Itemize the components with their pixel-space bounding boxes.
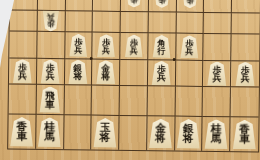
shogi-board-photo: 歩兵歩兵歩兵歩兵歩兵歩兵歩兵角行歩兵歩兵歩兵銀将金将歩兵歩兵歩兵飛車香車桂馬玉将… bbox=[0, 0, 260, 160]
sq-9-6 bbox=[9, 32, 37, 59]
sq-6-5 bbox=[93, 11, 121, 33]
piece-fu-56: 歩兵 bbox=[124, 34, 143, 57]
sq-5-4: 歩兵 bbox=[121, 0, 149, 12]
piece-kyo-19: 香車 bbox=[232, 120, 257, 150]
piece-fu-34: 歩兵 bbox=[181, 0, 198, 9]
sq-4-4: 歩兵 bbox=[149, 0, 177, 12]
sq-9-9: 香車 bbox=[8, 115, 36, 149]
sq-2-4 bbox=[204, 0, 232, 13]
sq-9-8 bbox=[9, 85, 37, 115]
sq-5-9 bbox=[119, 116, 147, 150]
sq-7-8 bbox=[64, 85, 92, 115]
sq-7-9 bbox=[64, 115, 92, 149]
piece-fu-54: 歩兵 bbox=[126, 0, 143, 8]
sq-8-8: 飛車 bbox=[36, 85, 64, 115]
piece-kyo-99: 香車 bbox=[9, 117, 34, 147]
sq-1-9: 香車 bbox=[230, 117, 258, 151]
piece-kin-67: 金将 bbox=[96, 60, 116, 85]
piece-fu-47: 歩兵 bbox=[151, 61, 171, 86]
sq-1-6 bbox=[231, 34, 259, 61]
piece-fu-85: 歩兵 bbox=[42, 10, 59, 31]
sq-3-6: 歩兵 bbox=[176, 34, 204, 61]
piece-fu-76: 歩兵 bbox=[69, 34, 88, 57]
sq-2-6 bbox=[204, 34, 232, 61]
piece-fu-97: 歩兵 bbox=[12, 59, 32, 84]
piece-kaku-46: 角行 bbox=[152, 35, 171, 58]
piece-gin-39: 銀将 bbox=[176, 119, 201, 149]
sq-4-8 bbox=[147, 86, 175, 116]
sq-6-6: 歩兵 bbox=[93, 33, 121, 60]
sq-7-4 bbox=[65, 0, 93, 11]
sq-9-4 bbox=[10, 0, 38, 10]
sq-8-7: 歩兵 bbox=[37, 59, 65, 85]
sq-3-8 bbox=[175, 87, 203, 117]
piece-gyoku-69: 玉将 bbox=[93, 118, 118, 148]
sq-9-5 bbox=[10, 10, 38, 32]
shogi-board: 歩兵歩兵歩兵歩兵歩兵歩兵歩兵角行歩兵歩兵歩兵銀将金将歩兵歩兵歩兵飛車香車桂馬玉将… bbox=[0, 0, 260, 160]
sq-1-4 bbox=[232, 0, 260, 13]
sq-2-7: 歩兵 bbox=[203, 61, 231, 87]
piece-fu-44: 歩兵 bbox=[154, 0, 171, 8]
sq-8-4 bbox=[38, 0, 66, 11]
sq-5-6: 歩兵 bbox=[120, 33, 148, 60]
sq-6-4 bbox=[93, 0, 121, 11]
sq-7-5 bbox=[65, 11, 93, 33]
piece-fu-27: 歩兵 bbox=[207, 61, 227, 86]
sq-4-9: 金将 bbox=[147, 116, 175, 150]
piece-kei-89: 桂馬 bbox=[37, 117, 62, 147]
sq-6-9: 玉将 bbox=[91, 116, 119, 150]
sq-1-8 bbox=[231, 87, 259, 117]
sq-8-9: 桂馬 bbox=[36, 115, 64, 149]
sq-1-5 bbox=[232, 13, 260, 35]
star-point-right bbox=[173, 58, 176, 61]
star-point-left bbox=[90, 57, 93, 60]
sq-2-9: 桂馬 bbox=[203, 117, 231, 151]
piece-gin-77: 銀将 bbox=[68, 59, 88, 84]
sq-5-5 bbox=[121, 11, 149, 33]
sq-5-8 bbox=[120, 86, 148, 116]
piece-fu-36: 歩兵 bbox=[180, 35, 199, 58]
sq-4-6: 角行 bbox=[148, 33, 176, 60]
sq-6-8 bbox=[92, 86, 120, 116]
piece-kei-29: 桂馬 bbox=[204, 119, 229, 149]
sq-4-7: 歩兵 bbox=[148, 60, 176, 86]
sq-8-6 bbox=[37, 32, 65, 59]
sq-4-5 bbox=[148, 12, 176, 34]
piece-fu-66: 歩兵 bbox=[97, 34, 116, 57]
sq-7-7: 銀将 bbox=[64, 59, 92, 85]
sq-3-5 bbox=[176, 12, 204, 34]
piece-kin-49: 金将 bbox=[148, 118, 173, 148]
piece-hi-88: 飛車 bbox=[39, 86, 61, 113]
sq-8-5: 歩兵 bbox=[37, 10, 65, 32]
piece-fu-87: 歩兵 bbox=[40, 59, 60, 84]
sq-1-7: 歩兵 bbox=[231, 61, 259, 87]
sq-2-5 bbox=[204, 12, 232, 34]
sq-6-7: 金将 bbox=[92, 60, 120, 86]
sq-3-9: 銀将 bbox=[175, 117, 203, 151]
board-grid: 歩兵歩兵歩兵歩兵歩兵歩兵歩兵角行歩兵歩兵歩兵銀将金将歩兵歩兵歩兵飛車香車桂馬玉将… bbox=[7, 0, 260, 153]
sq-9-7: 歩兵 bbox=[9, 59, 37, 85]
sq-2-8 bbox=[203, 87, 231, 117]
sq-5-7 bbox=[120, 60, 148, 86]
sq-3-7 bbox=[176, 61, 204, 87]
sq-3-4: 歩兵 bbox=[176, 0, 204, 12]
piece-fu-17: 歩兵 bbox=[235, 62, 255, 87]
sq-7-6: 歩兵 bbox=[65, 32, 93, 59]
